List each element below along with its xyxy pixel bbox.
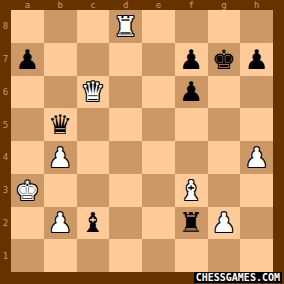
white-bishop[interactable]: ♝	[179, 177, 203, 204]
square-e3[interactable]	[142, 174, 175, 207]
square-d1[interactable]	[109, 239, 142, 272]
square-d4[interactable]	[109, 141, 142, 174]
square-f7[interactable]: ♟	[175, 43, 208, 76]
white-rook[interactable]: ♜	[114, 13, 138, 40]
square-f8[interactable]	[175, 10, 208, 43]
file-label-b: b	[44, 0, 77, 10]
square-d3[interactable]	[109, 174, 142, 207]
square-h2[interactable]	[240, 207, 273, 240]
square-g8[interactable]	[208, 10, 241, 43]
black-rook[interactable]: ♜	[179, 209, 203, 236]
rank-labels: 87654321	[0, 10, 11, 272]
square-g3[interactable]	[208, 174, 241, 207]
file-label-h: h	[240, 0, 273, 10]
square-g2[interactable]: ♟	[208, 207, 241, 240]
square-h5[interactable]	[240, 108, 273, 141]
square-g1[interactable]	[208, 239, 241, 272]
black-king[interactable]: ♚	[212, 46, 236, 73]
square-h3[interactable]	[240, 174, 273, 207]
square-b5[interactable]: ♛	[44, 108, 77, 141]
square-c6[interactable]: ♛	[77, 76, 110, 109]
square-b1[interactable]	[44, 239, 77, 272]
square-d8[interactable]: ♜	[109, 10, 142, 43]
square-f3[interactable]: ♝	[175, 174, 208, 207]
square-g5[interactable]	[208, 108, 241, 141]
square-f4[interactable]	[175, 141, 208, 174]
file-labels: abcdefgh	[11, 0, 273, 10]
rank-label-1: 1	[0, 239, 11, 272]
square-f6[interactable]: ♟	[175, 76, 208, 109]
square-h1[interactable]	[240, 239, 273, 272]
square-e6[interactable]	[142, 76, 175, 109]
square-a2[interactable]	[11, 207, 44, 240]
square-a5[interactable]	[11, 108, 44, 141]
file-label-a: a	[11, 0, 44, 10]
file-label-c: c	[77, 0, 110, 10]
rank-label-7: 7	[0, 43, 11, 76]
square-e7[interactable]	[142, 43, 175, 76]
rank-label-4: 4	[0, 141, 11, 174]
white-pawn[interactable]: ♟	[212, 209, 236, 236]
square-f5[interactable]	[175, 108, 208, 141]
white-king[interactable]: ♚	[15, 177, 39, 204]
black-pawn[interactable]: ♟	[179, 46, 203, 73]
square-a6[interactable]	[11, 76, 44, 109]
square-h7[interactable]: ♟	[240, 43, 273, 76]
square-b2[interactable]: ♟	[44, 207, 77, 240]
square-g6[interactable]	[208, 76, 241, 109]
square-c5[interactable]	[77, 108, 110, 141]
square-c2[interactable]: ♝	[77, 207, 110, 240]
white-pawn[interactable]: ♟	[48, 144, 72, 171]
white-pawn[interactable]: ♟	[48, 209, 72, 236]
black-queen[interactable]: ♛	[48, 111, 72, 138]
square-a4[interactable]	[11, 141, 44, 174]
square-b8[interactable]	[44, 10, 77, 43]
white-pawn[interactable]: ♟	[245, 144, 269, 171]
square-a3[interactable]: ♚	[11, 174, 44, 207]
file-label-d: d	[109, 0, 142, 10]
rank-label-8: 8	[0, 10, 11, 43]
square-f2[interactable]: ♜	[175, 207, 208, 240]
black-pawn[interactable]: ♟	[245, 46, 269, 73]
rank-label-6: 6	[0, 76, 11, 109]
black-pawn[interactable]: ♟	[179, 78, 203, 105]
file-label-e: e	[142, 0, 175, 10]
rank-label-5: 5	[0, 108, 11, 141]
square-g4[interactable]	[208, 141, 241, 174]
square-c3[interactable]	[77, 174, 110, 207]
square-c4[interactable]	[77, 141, 110, 174]
square-d7[interactable]	[109, 43, 142, 76]
chessgames-watermark: CHESSGAMES.COM	[194, 272, 282, 283]
square-a7[interactable]: ♟	[11, 43, 44, 76]
square-c8[interactable]	[77, 10, 110, 43]
square-e5[interactable]	[142, 108, 175, 141]
square-h6[interactable]	[240, 76, 273, 109]
square-b4[interactable]: ♟	[44, 141, 77, 174]
square-b6[interactable]	[44, 76, 77, 109]
square-a1[interactable]	[11, 239, 44, 272]
square-c1[interactable]	[77, 239, 110, 272]
white-queen[interactable]: ♛	[81, 78, 105, 105]
square-c7[interactable]	[77, 43, 110, 76]
square-d2[interactable]	[109, 207, 142, 240]
square-e4[interactable]	[142, 141, 175, 174]
square-g7[interactable]: ♚	[208, 43, 241, 76]
black-bishop[interactable]: ♝	[81, 209, 105, 236]
square-d5[interactable]	[109, 108, 142, 141]
square-d6[interactable]	[109, 76, 142, 109]
rank-label-3: 3	[0, 174, 11, 207]
black-pawn[interactable]: ♟	[15, 46, 39, 73]
chess-board-diagram: abcdefgh 87654321 ♜♟♟♚♟♛♟♛♟♟♚♝♟♝♜♟ CHESS…	[0, 0, 284, 284]
file-label-f: f	[175, 0, 208, 10]
chess-board: ♜♟♟♚♟♛♟♛♟♟♚♝♟♝♜♟	[11, 10, 273, 272]
square-e8[interactable]	[142, 10, 175, 43]
square-e2[interactable]	[142, 207, 175, 240]
square-h8[interactable]	[240, 10, 273, 43]
square-f1[interactable]	[175, 239, 208, 272]
square-e1[interactable]	[142, 239, 175, 272]
rank-label-2: 2	[0, 207, 11, 240]
square-h4[interactable]: ♟	[240, 141, 273, 174]
file-label-g: g	[208, 0, 241, 10]
square-b3[interactable]	[44, 174, 77, 207]
square-b7[interactable]	[44, 43, 77, 76]
square-a8[interactable]	[11, 10, 44, 43]
